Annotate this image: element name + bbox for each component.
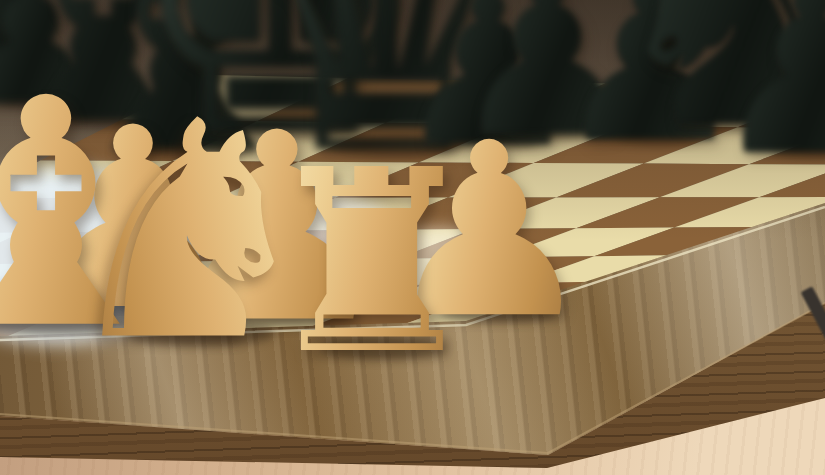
pieces-layer: ♟♟♝♝♚♛♟♟♟♞♟♟♟♝♟♞♜ bbox=[0, 0, 825, 475]
chess-photo-scene: ♟♟♝♝♚♛♟♟♟♞♟♟♟♝♟♞♜ bbox=[0, 0, 825, 475]
black-pawn: ♟ bbox=[709, 0, 825, 188]
white-rook: ♜ bbox=[259, 137, 485, 389]
